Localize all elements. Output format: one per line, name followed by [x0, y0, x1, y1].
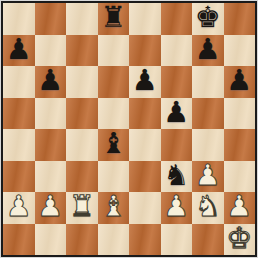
square-f5[interactable]: ♟	[161, 98, 193, 130]
square-e6[interactable]: ♟	[129, 66, 161, 98]
chess-board-frame: ♜♚♟♟♟♟♟♟♝♞♟♟♟♜♝♟♞♟♚	[0, 0, 258, 258]
square-g7[interactable]: ♟	[192, 35, 224, 67]
square-h8[interactable]	[224, 3, 256, 35]
piece-black-pawn[interactable]: ♟	[226, 66, 252, 95]
chess-board: ♜♚♟♟♟♟♟♟♝♞♟♟♟♜♝♟♞♟♚	[3, 3, 255, 255]
square-g6[interactable]	[192, 66, 224, 98]
square-d7[interactable]	[98, 35, 130, 67]
square-e1[interactable]	[129, 224, 161, 256]
square-d6[interactable]	[98, 66, 130, 98]
square-a3[interactable]	[3, 161, 35, 193]
piece-white-knight[interactable]: ♞	[195, 192, 221, 221]
square-f6[interactable]	[161, 66, 193, 98]
square-b5[interactable]	[35, 98, 67, 130]
square-d4[interactable]: ♝	[98, 129, 130, 161]
square-e7[interactable]	[129, 35, 161, 67]
square-d3[interactable]	[98, 161, 130, 193]
square-a5[interactable]	[3, 98, 35, 130]
piece-white-pawn[interactable]: ♟	[6, 192, 32, 221]
square-f8[interactable]	[161, 3, 193, 35]
square-d8[interactable]: ♜	[98, 3, 130, 35]
square-b2[interactable]: ♟	[35, 192, 67, 224]
square-b1[interactable]	[35, 224, 67, 256]
piece-black-pawn[interactable]: ♟	[37, 66, 63, 95]
piece-white-pawn[interactable]: ♟	[195, 161, 221, 190]
piece-white-pawn[interactable]: ♟	[226, 192, 252, 221]
square-e4[interactable]	[129, 129, 161, 161]
square-a6[interactable]	[3, 66, 35, 98]
piece-white-king[interactable]: ♚	[226, 224, 252, 253]
square-b6[interactable]: ♟	[35, 66, 67, 98]
square-c1[interactable]	[66, 224, 98, 256]
square-h1[interactable]: ♚	[224, 224, 256, 256]
square-h3[interactable]	[224, 161, 256, 193]
square-e8[interactable]	[129, 3, 161, 35]
square-g8[interactable]: ♚	[192, 3, 224, 35]
square-f1[interactable]	[161, 224, 193, 256]
square-b3[interactable]	[35, 161, 67, 193]
square-g5[interactable]	[192, 98, 224, 130]
piece-black-pawn[interactable]: ♟	[132, 66, 158, 95]
square-d1[interactable]	[98, 224, 130, 256]
square-c5[interactable]	[66, 98, 98, 130]
square-h5[interactable]	[224, 98, 256, 130]
square-b4[interactable]	[35, 129, 67, 161]
square-g2[interactable]: ♞	[192, 192, 224, 224]
piece-black-rook[interactable]: ♜	[100, 3, 126, 32]
piece-black-pawn[interactable]: ♟	[163, 98, 189, 127]
square-a7[interactable]: ♟	[3, 35, 35, 67]
square-f3[interactable]: ♞	[161, 161, 193, 193]
square-c2[interactable]: ♜	[66, 192, 98, 224]
piece-black-bishop[interactable]: ♝	[100, 129, 126, 158]
square-b7[interactable]	[35, 35, 67, 67]
square-d2[interactable]: ♝	[98, 192, 130, 224]
square-b8[interactable]	[35, 3, 67, 35]
square-g1[interactable]	[192, 224, 224, 256]
square-h6[interactable]: ♟	[224, 66, 256, 98]
piece-black-knight[interactable]: ♞	[163, 161, 189, 190]
piece-white-rook[interactable]: ♜	[69, 192, 95, 221]
square-d5[interactable]	[98, 98, 130, 130]
square-h7[interactable]	[224, 35, 256, 67]
piece-white-bishop[interactable]: ♝	[100, 192, 126, 221]
square-c7[interactable]	[66, 35, 98, 67]
square-f7[interactable]	[161, 35, 193, 67]
square-e5[interactable]	[129, 98, 161, 130]
square-a8[interactable]	[3, 3, 35, 35]
square-c6[interactable]	[66, 66, 98, 98]
square-a1[interactable]	[3, 224, 35, 256]
piece-black-pawn[interactable]: ♟	[6, 35, 32, 64]
piece-white-pawn[interactable]: ♟	[37, 192, 63, 221]
square-h2[interactable]: ♟	[224, 192, 256, 224]
piece-black-pawn[interactable]: ♟	[195, 35, 221, 64]
square-c4[interactable]	[66, 129, 98, 161]
square-f2[interactable]: ♟	[161, 192, 193, 224]
square-f4[interactable]	[161, 129, 193, 161]
square-c8[interactable]	[66, 3, 98, 35]
square-a4[interactable]	[3, 129, 35, 161]
square-e3[interactable]	[129, 161, 161, 193]
square-g3[interactable]: ♟	[192, 161, 224, 193]
square-c3[interactable]	[66, 161, 98, 193]
square-a2[interactable]: ♟	[3, 192, 35, 224]
square-e2[interactable]	[129, 192, 161, 224]
square-g4[interactable]	[192, 129, 224, 161]
piece-white-pawn[interactable]: ♟	[163, 192, 189, 221]
square-h4[interactable]	[224, 129, 256, 161]
piece-black-king[interactable]: ♚	[195, 3, 221, 32]
